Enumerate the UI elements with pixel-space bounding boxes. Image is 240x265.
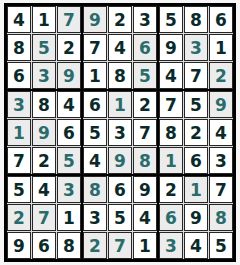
cell-r8c9[interactable]: 8 xyxy=(209,204,233,231)
cell-r6c1[interactable]: 7 xyxy=(7,147,31,174)
cell-r3c7[interactable]: 4 xyxy=(159,62,183,89)
cell-r6c5[interactable]: 9 xyxy=(108,147,132,174)
cell-r9c2[interactable]: 6 xyxy=(32,232,56,259)
cell-r1c4[interactable]: 9 xyxy=(83,6,107,33)
cell-r1c9[interactable]: 6 xyxy=(209,6,233,33)
cell-r2c7[interactable]: 9 xyxy=(159,34,183,61)
cell-r8c1[interactable]: 2 xyxy=(7,204,31,231)
cell-r7c4[interactable]: 8 xyxy=(83,176,107,203)
cell-r1c8[interactable]: 8 xyxy=(184,6,208,33)
cell-r1c6[interactable]: 3 xyxy=(133,6,157,33)
cell-r2c3[interactable]: 2 xyxy=(57,34,81,61)
cell-r7c6[interactable]: 9 xyxy=(133,176,157,203)
cell-r3c4[interactable]: 1 xyxy=(83,62,107,89)
cell-r9c3[interactable]: 8 xyxy=(57,232,81,259)
cell-r8c2[interactable]: 7 xyxy=(32,204,56,231)
cell-r3c8[interactable]: 7 xyxy=(184,62,208,89)
cell-r9c4[interactable]: 2 xyxy=(83,232,107,259)
cell-r8c8[interactable]: 9 xyxy=(184,204,208,231)
sudoku-block-6: 759824163 xyxy=(159,91,233,174)
cell-r5c2[interactable]: 9 xyxy=(32,119,56,146)
cell-r5c3[interactable]: 6 xyxy=(57,119,81,146)
cell-r3c5[interactable]: 8 xyxy=(108,62,132,89)
cell-r4c6[interactable]: 2 xyxy=(133,91,157,118)
cell-r2c8[interactable]: 3 xyxy=(184,34,208,61)
cell-r6c7[interactable]: 1 xyxy=(159,147,183,174)
cell-r8c5[interactable]: 5 xyxy=(108,204,132,231)
cell-r5c9[interactable]: 4 xyxy=(209,119,233,146)
sudoku-block-8: 869354271 xyxy=(83,176,157,259)
cell-r7c9[interactable]: 7 xyxy=(209,176,233,203)
cell-r5c5[interactable]: 3 xyxy=(108,119,132,146)
cell-r9c9[interactable]: 5 xyxy=(209,232,233,259)
cell-r6c9[interactable]: 3 xyxy=(209,147,233,174)
cell-r7c5[interactable]: 6 xyxy=(108,176,132,203)
cell-r5c7[interactable]: 8 xyxy=(159,119,183,146)
sudoku-block-1: 417852639 xyxy=(7,6,81,89)
cell-r3c2[interactable]: 3 xyxy=(32,62,56,89)
cell-r7c2[interactable]: 4 xyxy=(32,176,56,203)
cell-r1c2[interactable]: 1 xyxy=(32,6,56,33)
sudoku-block-5: 612537498 xyxy=(83,91,157,174)
cell-r6c4[interactable]: 4 xyxy=(83,147,107,174)
sudoku-block-2: 923746185 xyxy=(83,6,157,89)
cell-r6c3[interactable]: 5 xyxy=(57,147,81,174)
cell-r9c7[interactable]: 3 xyxy=(159,232,183,259)
cell-r5c6[interactable]: 7 xyxy=(133,119,157,146)
cell-r4c1[interactable]: 3 xyxy=(7,91,31,118)
cell-r4c7[interactable]: 7 xyxy=(159,91,183,118)
cell-r7c3[interactable]: 3 xyxy=(57,176,81,203)
cell-r2c1[interactable]: 8 xyxy=(7,34,31,61)
cell-r4c9[interactable]: 9 xyxy=(209,91,233,118)
cell-r1c7[interactable]: 5 xyxy=(159,6,183,33)
cell-r3c6[interactable]: 5 xyxy=(133,62,157,89)
cell-r7c8[interactable]: 1 xyxy=(184,176,208,203)
cell-r4c5[interactable]: 1 xyxy=(108,91,132,118)
sudoku-block-3: 586931472 xyxy=(159,6,233,89)
cell-r3c9[interactable]: 2 xyxy=(209,62,233,89)
cell-r8c6[interactable]: 4 xyxy=(133,204,157,231)
cell-r8c4[interactable]: 3 xyxy=(83,204,107,231)
cell-r2c6[interactable]: 6 xyxy=(133,34,157,61)
cell-r2c2[interactable]: 5 xyxy=(32,34,56,61)
cell-r9c1[interactable]: 9 xyxy=(7,232,31,259)
cell-r4c2[interactable]: 8 xyxy=(32,91,56,118)
cell-r6c8[interactable]: 6 xyxy=(184,147,208,174)
cell-r9c6[interactable]: 1 xyxy=(133,232,157,259)
cell-r8c3[interactable]: 1 xyxy=(57,204,81,231)
cell-r4c4[interactable]: 6 xyxy=(83,91,107,118)
cell-r8c7[interactable]: 6 xyxy=(159,204,183,231)
cell-r4c3[interactable]: 4 xyxy=(57,91,81,118)
sudoku-block-4: 384196725 xyxy=(7,91,81,174)
cell-r1c3[interactable]: 7 xyxy=(57,6,81,33)
cell-r6c6[interactable]: 8 xyxy=(133,147,157,174)
cell-r5c4[interactable]: 5 xyxy=(83,119,107,146)
cell-r4c8[interactable]: 5 xyxy=(184,91,208,118)
cell-r7c1[interactable]: 5 xyxy=(7,176,31,203)
cell-r1c5[interactable]: 2 xyxy=(108,6,132,33)
cell-r3c1[interactable]: 6 xyxy=(7,62,31,89)
cell-r2c5[interactable]: 4 xyxy=(108,34,132,61)
sudoku-board: 4178526399237461855869314723841967256125… xyxy=(4,3,236,262)
sudoku-block-9: 217698345 xyxy=(159,176,233,259)
cell-r3c3[interactable]: 9 xyxy=(57,62,81,89)
sudoku-block-7: 543271968 xyxy=(7,176,81,259)
cell-r5c8[interactable]: 2 xyxy=(184,119,208,146)
cell-r9c5[interactable]: 7 xyxy=(108,232,132,259)
cell-r2c9[interactable]: 1 xyxy=(209,34,233,61)
cell-r2c4[interactable]: 7 xyxy=(83,34,107,61)
cell-r5c1[interactable]: 1 xyxy=(7,119,31,146)
cell-r7c7[interactable]: 2 xyxy=(159,176,183,203)
cell-r1c1[interactable]: 4 xyxy=(7,6,31,33)
cell-r9c8[interactable]: 4 xyxy=(184,232,208,259)
cell-r6c2[interactable]: 2 xyxy=(32,147,56,174)
